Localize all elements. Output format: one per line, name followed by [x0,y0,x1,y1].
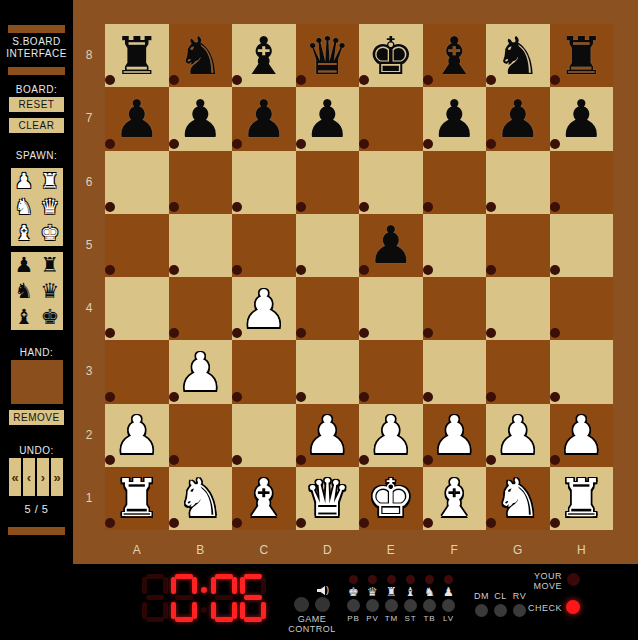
square-f7[interactable]: ♟ [423,87,487,150]
segment-e [142,602,147,619]
square-d2[interactable]: ♟ [296,404,360,467]
piece-toggle-group: ♚PB♛PV♜TM♝ST♞TB♟LV [344,564,458,623]
hand-slot[interactable] [11,360,63,404]
spawn-black-queen[interactable]: ♛ [37,278,63,304]
file-label-b: B [169,543,233,557]
square-dot [423,455,433,465]
game-control-left-button[interactable] [294,597,309,612]
square-h8[interactable]: ♜ [550,24,614,87]
square-dot [169,392,179,402]
square-dot [550,328,560,338]
square-dot [486,518,496,528]
square-b4[interactable] [169,277,233,340]
clock-digit-1 [142,574,168,622]
game-control-label: GAME CONTROL [284,614,340,634]
undo-back-button[interactable]: ‹ [23,458,35,496]
toggle-LV-indicator-led [444,575,453,584]
spawn-white-king[interactable]: ♚ [37,220,63,246]
square-dot [105,392,115,402]
clock-colon [200,574,208,622]
spawn-black-palette: ♟♜♞♛♝♚ [11,252,63,330]
square-dot [105,518,115,528]
app-title: S.BOARD INTERFACE [0,36,73,60]
square-dot [296,328,306,338]
file-label-h: H [550,543,614,557]
square-dot [486,265,496,275]
toggle-TB-indicator-led [425,575,434,584]
segment-a [146,574,164,579]
square-dot [105,328,115,338]
toggle-PB-button[interactable] [347,599,360,612]
toggle-LV: ♟LV [439,564,458,623]
your-move-led [567,573,580,586]
square-dot [169,455,179,465]
rook-icon: ♜ [386,586,397,598]
square-c3[interactable] [232,340,296,403]
square-b8[interactable]: ♞ [169,24,233,87]
spawn-white-knight[interactable]: ♞ [11,194,37,220]
mode-CL-label: CL [494,591,507,601]
square-dot [232,202,242,212]
remove-button[interactable]: REMOVE [9,410,64,425]
segment-b [192,577,197,594]
spawn-black-pawn[interactable]: ♟ [11,252,37,278]
square-dot [550,265,560,275]
toggle-TM-indicator-led [387,575,396,584]
control-bar: ) GAME CONTROL ♚PB♛PV♜TM♝ST♞TB♟LV DMCLRV… [0,564,638,640]
square-g6[interactable] [486,151,550,214]
square-f2[interactable]: ♟ [423,404,487,467]
square-a7[interactable]: ♟ [105,87,169,150]
square-b1[interactable]: ♞ [169,467,233,530]
segment-f [240,577,245,594]
square-dot [423,265,433,275]
app-title-line2: INTERFACE [0,48,73,60]
square-dot [359,392,369,402]
toggle-LV-button[interactable] [442,599,455,612]
spawn-black-bishop[interactable]: ♝ [11,304,37,330]
square-a4[interactable] [105,277,169,340]
toggle-ST-label: ST [404,614,416,623]
toggle-TM-label: TM [385,614,399,623]
square-e2[interactable]: ♟ [359,404,423,467]
square-h4[interactable] [550,277,614,340]
toggle-PV-label: PV [366,614,379,623]
segment-f [142,577,147,594]
segment-d [215,617,233,622]
file-label-d: D [296,543,360,557]
square-dot [105,455,115,465]
square-dot [486,455,496,465]
spawn-white-queen[interactable]: ♛ [37,194,63,220]
game-control-sound-button[interactable] [315,597,330,612]
toggle-TM: ♜TM [382,564,401,623]
rank-label-5: 5 [77,214,101,277]
rank-label-2: 2 [77,404,101,467]
spawn-white-pawn[interactable]: ♟ [11,168,37,194]
clock-digit-3 [211,574,237,622]
square-g3[interactable] [486,340,550,403]
square-e4[interactable] [359,277,423,340]
segment-d [146,617,164,622]
square-dot [232,139,242,149]
square-dot [359,265,369,275]
square-c6[interactable] [232,151,296,214]
square-dot [232,518,242,528]
bishop-icon: ♝ [405,586,416,598]
spawn-white-bishop[interactable]: ♝ [11,220,37,246]
toggle-PV-indicator-led [368,575,377,584]
square-dot [359,455,369,465]
toggle-PV: ♛PV [363,564,382,623]
square-dot [550,392,560,402]
square-dot [232,75,242,85]
square-a3[interactable] [105,340,169,403]
square-dot [550,202,560,212]
square-dot [486,202,496,212]
segment-b [261,577,266,594]
square-e3[interactable] [359,340,423,403]
square-dot [550,518,560,528]
toggle-TM-button[interactable] [385,599,398,612]
segment-g [146,595,164,600]
square-dot [550,75,560,85]
toggle-PB-label: PB [347,614,360,623]
square-f1[interactable]: ♝ [423,467,487,530]
square-dot [232,328,242,338]
square-dot [105,75,115,85]
square-c4[interactable]: ♟ [232,277,296,340]
file-label-g: G [486,543,550,557]
segment-d [244,617,262,622]
check-label: CHECK [500,603,562,613]
square-dot [296,75,306,85]
toggle-ST: ♝ST [401,564,420,623]
square-h1[interactable]: ♜ [550,467,614,530]
square-c5[interactable] [232,214,296,277]
square-a5[interactable] [105,214,169,277]
square-dot [105,139,115,149]
segment-c [261,602,266,619]
undo-controls: «‹›» [9,458,65,496]
rank-label-4: 4 [77,277,101,340]
knight-icon: ♞ [424,586,435,598]
segment-e [211,602,216,619]
square-g8[interactable]: ♞ [486,24,550,87]
mode-DM-button[interactable] [475,604,488,617]
segment-g [215,595,233,600]
king-icon: ♚ [348,586,359,598]
undo-counter: 5 / 5 [0,503,73,515]
mode-DM-label: DM [474,591,489,601]
sidebar-divider-top [8,25,65,33]
square-b5[interactable] [169,214,233,277]
square-f6[interactable] [423,151,487,214]
undo-end-button[interactable]: » [51,458,63,496]
pawn-icon: ♟ [443,586,454,598]
square-g4[interactable] [486,277,550,340]
square-dot [423,75,433,85]
clock-digit-2 [171,574,197,622]
square-dot [296,392,306,402]
square-dot [169,75,179,85]
square-f8[interactable]: ♝ [423,24,487,87]
square-dot [105,265,115,275]
mode-RV-label: RV [513,591,526,601]
toggle-ST-indicator-led [406,575,415,584]
square-g5[interactable] [486,214,550,277]
toggle-TB: ♞TB [420,564,439,623]
game-control-group: ) GAME CONTROL [284,564,340,634]
square-d6[interactable] [296,151,360,214]
board-section-label: BOARD: [0,84,73,96]
square-dot [169,518,179,528]
square-dot [359,518,369,528]
colon-dot-bottom [201,607,207,613]
square-f5[interactable] [423,214,487,277]
square-a6[interactable] [105,151,169,214]
square-d3[interactable] [296,340,360,403]
undo-forward-button[interactable]: › [37,458,49,496]
spawn-black-knight[interactable]: ♞ [11,278,37,304]
square-dot [296,139,306,149]
square-g1[interactable]: ♞ [486,467,550,530]
segment-d [175,617,193,622]
segment-a [215,574,233,579]
spawn-black-king[interactable]: ♚ [37,304,63,330]
segment-c [192,602,197,619]
toggle-ST-button[interactable] [404,599,417,612]
square-dot [423,139,433,149]
square-c1[interactable]: ♝ [232,467,296,530]
square-dot [423,202,433,212]
segment-g [175,595,193,600]
square-dot [359,139,369,149]
square-dot [169,265,179,275]
square-e1[interactable]: ♚ [359,467,423,530]
square-c2[interactable] [232,404,296,467]
spawn-white-rook[interactable]: ♜ [37,168,63,194]
clock-digit-4 [240,574,266,622]
square-dot [359,75,369,85]
spawn-black-rook[interactable]: ♜ [37,252,63,278]
file-label-e: E [359,543,423,557]
queen-icon: ♛ [367,586,378,598]
segment-c [232,602,237,619]
segment-c [163,602,168,619]
toggle-TB-button[interactable] [423,599,436,612]
speaker-icon: ) [317,586,329,595]
square-dot [296,265,306,275]
square-b7[interactable]: ♟ [169,87,233,150]
rank-label-3: 3 [77,340,101,403]
square-e7[interactable] [359,87,423,150]
square-a8[interactable]: ♜ [105,24,169,87]
spawn-section-label: SPAWN: [0,150,73,162]
colon-dot-top [201,587,207,593]
your-move-label: YOUR MOVE [500,571,562,591]
toggle-LV-label: LV [443,614,454,623]
undo-start-button[interactable]: « [9,458,21,496]
square-f3[interactable] [423,340,487,403]
square-dot [486,392,496,402]
square-dot [550,455,560,465]
square-d8[interactable]: ♛ [296,24,360,87]
check-led [566,600,580,614]
square-dot [486,328,496,338]
toggle-PV-button[interactable] [366,599,379,612]
segment-f [211,577,216,594]
square-dot [232,455,242,465]
square-dot [550,139,560,149]
square-dot [423,518,433,528]
mode-DM: DM [472,564,491,617]
segment-a [175,574,193,579]
square-dot [296,202,306,212]
square-dot [232,265,242,275]
toggle-PB-indicator-led [349,575,358,584]
rank-label-6: 6 [77,151,101,214]
square-dot [486,75,496,85]
square-f4[interactable] [423,277,487,340]
square-b3[interactable]: ♟ [169,340,233,403]
segment-g [244,595,262,600]
square-dot [359,202,369,212]
square-h2[interactable]: ♟ [550,404,614,467]
square-dot [486,139,496,149]
square-dot [296,455,306,465]
square-g2[interactable]: ♟ [486,404,550,467]
square-dot [359,328,369,338]
segment-b [232,577,237,594]
square-dot [169,202,179,212]
square-b2[interactable] [169,404,233,467]
segment-e [171,602,176,619]
square-g7[interactable]: ♟ [486,87,550,150]
square-b6[interactable] [169,151,233,214]
clock-display [142,574,266,622]
toggle-PB: ♚PB [344,564,363,623]
square-h7[interactable]: ♟ [550,87,614,150]
square-dot [169,328,179,338]
file-label-c: C [232,543,296,557]
board-squares: ♜♞♝♛♚♝♞♜♟♟♟♟♟♟♟♟♟♟♟♟♟♟♟♟♜♞♝♛♚♝♞♜ [105,24,613,530]
square-d5[interactable] [296,214,360,277]
segment-a [244,574,262,579]
reset-button[interactable]: RESET [9,97,64,112]
spawn-white-palette: ♟♜♞♛♝♚ [11,168,63,246]
square-h5[interactable] [550,214,614,277]
square-dot [296,518,306,528]
segment-e [240,602,245,619]
square-d1[interactable]: ♛ [296,467,360,530]
square-dot [423,328,433,338]
sidebar: S.BOARD INTERFACE BOARD: RESET CLEAR SPA… [0,0,73,640]
hand-section-label: HAND: [0,347,73,359]
chess-board: ♜♞♝♛♚♝♞♜♟♟♟♟♟♟♟♟♟♟♟♟♟♟♟♟♜♞♝♛♚♝♞♜ 8765432… [73,0,638,564]
file-label-a: A [105,543,169,557]
segment-b [163,577,168,594]
square-d4[interactable] [296,277,360,340]
square-a1[interactable]: ♜ [105,467,169,530]
undo-section-label: UNDO: [0,445,73,457]
square-dot [169,139,179,149]
square-c7[interactable]: ♟ [232,87,296,150]
file-label-f: F [423,543,487,557]
app-title-line1: S.BOARD [0,36,73,48]
rank-label-1: 1 [77,467,101,530]
square-h3[interactable] [550,340,614,403]
square-dot [105,202,115,212]
sidebar-divider-bottom [8,527,65,535]
clear-button[interactable]: CLEAR [9,118,64,133]
sidebar-divider-2 [8,67,65,75]
square-h6[interactable] [550,151,614,214]
rank-label-7: 7 [77,87,101,150]
square-e8[interactable]: ♚ [359,24,423,87]
square-dot [423,392,433,402]
square-d7[interactable]: ♟ [296,87,360,150]
square-a2[interactable]: ♟ [105,404,169,467]
rank-label-8: 8 [77,24,101,87]
square-dot [232,392,242,402]
square-e5[interactable]: ♟ [359,214,423,277]
toggle-TB-label: TB [423,614,435,623]
square-e6[interactable] [359,151,423,214]
segment-f [171,577,176,594]
square-c8[interactable]: ♝ [232,24,296,87]
